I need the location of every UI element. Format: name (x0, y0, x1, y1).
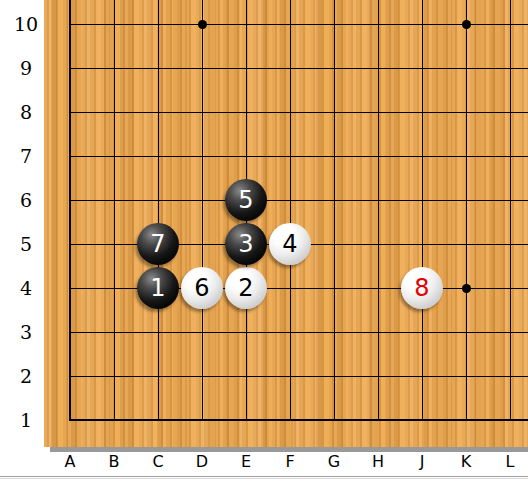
grid-line-row-3 (69, 332, 528, 333)
row-label-7: 7 (4, 145, 48, 167)
grid-line-row-8 (69, 112, 528, 113)
grid-line-row-6 (69, 200, 528, 201)
grid-line-row-9 (69, 68, 528, 69)
star-point-D10 (198, 20, 207, 29)
stone-white-4[interactable]: 4 (269, 223, 311, 265)
move-number: 7 (150, 230, 165, 258)
star-point-K10 (462, 20, 471, 29)
stone-black-5[interactable]: 5 (225, 179, 267, 221)
column-label-D: D (180, 452, 224, 472)
grid-line-row-10 (69, 24, 528, 25)
column-label-A: A (48, 452, 92, 472)
row-label-3: 3 (4, 321, 48, 343)
grid-line-col-F (290, 0, 291, 421)
row-label-4: 4 (4, 277, 48, 299)
row-label-2: 2 (4, 365, 48, 387)
move-number: 1 (150, 274, 165, 302)
grid-line-col-A (69, 0, 71, 421)
grid-line-col-D (202, 0, 203, 421)
grid-line-row-1 (69, 419, 528, 421)
row-label-10: 10 (4, 13, 48, 35)
grid-line-col-B (114, 0, 115, 421)
column-label-C: C (136, 452, 180, 472)
column-label-F: F (268, 452, 312, 472)
move-number: 6 (194, 274, 209, 302)
column-label-B: B (92, 452, 136, 472)
column-label-L: L (488, 452, 528, 472)
go-board-window: 10987654321ABCDEFGHJKL12345678 (0, 0, 528, 485)
move-number: 4 (282, 230, 297, 258)
stone-white-2[interactable]: 2 (225, 267, 267, 309)
bottom-separator (0, 476, 528, 479)
column-label-J: J (400, 452, 444, 472)
column-label-G: G (312, 452, 356, 472)
move-number: 3 (238, 230, 253, 258)
column-label-E: E (224, 452, 268, 472)
grid-line-col-J (422, 0, 423, 421)
stone-white-8[interactable]: 8 (401, 267, 443, 309)
move-number: 5 (238, 186, 253, 214)
row-label-8: 8 (4, 101, 48, 123)
grid-line-row-2 (69, 376, 528, 377)
grid-line-col-K (466, 0, 467, 421)
column-label-K: K (444, 452, 488, 472)
row-label-9: 9 (4, 57, 48, 79)
stone-black-3[interactable]: 3 (225, 223, 267, 265)
grid-line-col-C (158, 0, 159, 421)
grid-line-col-H (378, 0, 379, 421)
stone-black-1[interactable]: 1 (137, 267, 179, 309)
star-point-K4 (462, 284, 471, 293)
grid-line-col-G (334, 0, 335, 421)
move-number: 8 (414, 274, 429, 302)
column-label-H: H (356, 452, 400, 472)
row-label-1: 1 (4, 409, 48, 431)
stone-white-6[interactable]: 6 (181, 267, 223, 309)
move-number: 2 (238, 274, 253, 302)
row-label-6: 6 (4, 189, 48, 211)
row-label-5: 5 (4, 233, 48, 255)
grid-line-col-L (510, 0, 511, 421)
grid-line-row-7 (69, 156, 528, 157)
stone-black-7[interactable]: 7 (137, 223, 179, 265)
